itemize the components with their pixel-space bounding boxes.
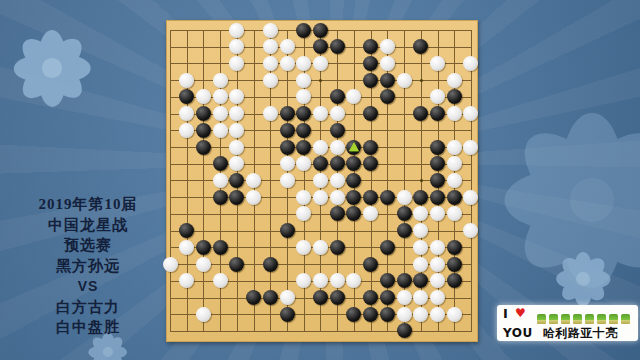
flower-petal bbox=[90, 347, 114, 360]
black-stone bbox=[430, 140, 445, 155]
black-stone bbox=[380, 73, 395, 88]
flower-petal bbox=[39, 66, 65, 106]
white-stone bbox=[447, 173, 462, 188]
white-stone bbox=[296, 156, 311, 171]
white-stone bbox=[447, 307, 462, 322]
black-stone bbox=[380, 273, 395, 288]
flower-petal bbox=[575, 271, 608, 304]
white-stone bbox=[263, 56, 278, 71]
white-stone bbox=[296, 73, 311, 88]
black-stone bbox=[330, 89, 345, 104]
flower-petal bbox=[556, 270, 585, 289]
white-stone bbox=[397, 73, 412, 88]
black-stone bbox=[296, 123, 311, 138]
flower-petal bbox=[562, 195, 622, 287]
white-stone bbox=[447, 156, 462, 171]
black-stone bbox=[447, 257, 462, 272]
white-stone bbox=[263, 23, 278, 38]
white-stone bbox=[196, 307, 211, 322]
white-stone bbox=[363, 206, 378, 221]
white-stone bbox=[196, 257, 211, 272]
flower-petal bbox=[557, 253, 590, 286]
flower-petal bbox=[582, 270, 611, 289]
white-stone bbox=[330, 190, 345, 205]
flower-petal bbox=[505, 170, 597, 230]
black-stone bbox=[330, 39, 345, 54]
black-stone bbox=[363, 190, 378, 205]
logo-bottom-row: YOU 哈利路亚十亮 bbox=[503, 322, 618, 339]
event-name-line: 中国龙星战 bbox=[8, 215, 168, 236]
white-stone bbox=[313, 190, 328, 205]
white-stone bbox=[229, 56, 244, 71]
go-board bbox=[166, 20, 478, 342]
black-stone bbox=[346, 190, 361, 205]
flower-petal bbox=[557, 271, 590, 304]
flower-petal bbox=[509, 117, 616, 224]
black-stone bbox=[213, 240, 228, 255]
white-stone bbox=[447, 140, 462, 155]
channel-logo: I ♥ YOU 哈利路亚十亮 bbox=[497, 305, 638, 341]
white-stone bbox=[280, 56, 295, 71]
black-stone bbox=[430, 156, 445, 171]
black-stone bbox=[380, 307, 395, 322]
white-stone bbox=[463, 140, 478, 155]
white-stone bbox=[447, 73, 462, 88]
logo-you-label: YOU bbox=[503, 326, 533, 340]
white-stone bbox=[263, 73, 278, 88]
flower-center bbox=[570, 178, 614, 222]
black-stone bbox=[363, 56, 378, 71]
white-stone bbox=[229, 106, 244, 121]
white-stone bbox=[179, 273, 194, 288]
black-stone bbox=[330, 206, 345, 221]
black-stone bbox=[296, 23, 311, 38]
black-stone bbox=[330, 240, 345, 255]
white-stone bbox=[330, 173, 345, 188]
black-stone bbox=[430, 173, 445, 188]
white-stone bbox=[229, 156, 244, 171]
white-stone bbox=[229, 39, 244, 54]
white-stone bbox=[430, 257, 445, 272]
white-stone bbox=[430, 206, 445, 221]
black-stone bbox=[280, 307, 295, 322]
black-stone bbox=[430, 190, 445, 205]
black-stone bbox=[313, 156, 328, 171]
flower-petal bbox=[101, 351, 114, 360]
white-stone bbox=[179, 240, 194, 255]
white-stone bbox=[330, 273, 345, 288]
black-stone bbox=[430, 106, 445, 121]
white-stone bbox=[430, 56, 445, 71]
white-stone bbox=[346, 89, 361, 104]
black-stone bbox=[296, 106, 311, 121]
logo-i-label: I bbox=[503, 306, 508, 321]
white-stone bbox=[280, 173, 295, 188]
black-stone bbox=[447, 240, 462, 255]
logo-cn-label: 哈利路亚十亮 bbox=[543, 325, 618, 341]
black-stone bbox=[447, 273, 462, 288]
grid-line bbox=[170, 331, 472, 332]
heart-icon: ♥ bbox=[515, 306, 526, 320]
white-stone bbox=[179, 123, 194, 138]
black-stone bbox=[380, 89, 395, 104]
white-stone bbox=[447, 106, 462, 121]
flower-petal bbox=[568, 117, 640, 224]
white-stone bbox=[213, 123, 228, 138]
black-stone bbox=[313, 39, 328, 54]
white-stone bbox=[229, 140, 244, 155]
white-stone bbox=[430, 273, 445, 288]
black-stone bbox=[380, 240, 395, 255]
black-stone bbox=[346, 206, 361, 221]
event-stage-line: 预选赛 bbox=[8, 235, 168, 256]
black-stone bbox=[397, 223, 412, 238]
white-stone bbox=[413, 223, 428, 238]
black-stone bbox=[263, 290, 278, 305]
white-stone bbox=[380, 39, 395, 54]
white-stone bbox=[430, 240, 445, 255]
black-stone bbox=[196, 140, 211, 155]
event-year-line: 2019年第10届 bbox=[8, 194, 168, 215]
black-stone bbox=[397, 323, 412, 338]
flower-petal bbox=[574, 278, 593, 307]
black-stone bbox=[346, 307, 361, 322]
black-stone bbox=[363, 307, 378, 322]
flower-petal bbox=[14, 55, 54, 81]
white-stone bbox=[463, 56, 478, 71]
black-stone bbox=[179, 89, 194, 104]
white-stone bbox=[413, 240, 428, 255]
white-stone bbox=[313, 173, 328, 188]
white-stone bbox=[263, 39, 278, 54]
tournament-info-panel: 2019年第10届 中国龙星战 预选赛 黑方孙远 VS 白方古力 白中盘胜 bbox=[8, 194, 168, 338]
black-stone bbox=[346, 156, 361, 171]
flower-center bbox=[103, 347, 113, 357]
black-stone bbox=[313, 290, 328, 305]
grid-line bbox=[471, 30, 472, 332]
flower-petal bbox=[15, 31, 62, 78]
black-stone bbox=[363, 156, 378, 171]
white-stone bbox=[163, 257, 178, 272]
flower-petal bbox=[575, 253, 608, 286]
black-stone bbox=[330, 123, 345, 138]
black-stone bbox=[196, 123, 211, 138]
black-stone bbox=[330, 290, 345, 305]
white-stone bbox=[313, 140, 328, 155]
black-stone bbox=[413, 39, 428, 54]
flower-petal bbox=[41, 31, 88, 78]
flower-petal bbox=[587, 170, 640, 230]
black-stone bbox=[413, 106, 428, 121]
white-stone bbox=[413, 206, 428, 221]
white-stone bbox=[413, 257, 428, 272]
flower-petal bbox=[89, 345, 109, 358]
white-stone bbox=[313, 56, 328, 71]
white-stone bbox=[229, 23, 244, 38]
sprout-icon bbox=[621, 314, 630, 324]
white-stone bbox=[179, 106, 194, 121]
white-stone bbox=[447, 206, 462, 221]
white-stone bbox=[229, 123, 244, 138]
black-stone bbox=[229, 173, 244, 188]
white-stone bbox=[330, 140, 345, 155]
black-stone bbox=[397, 273, 412, 288]
black-stone bbox=[380, 290, 395, 305]
flower-icon bbox=[8, 24, 96, 112]
black-stone bbox=[296, 140, 311, 155]
result-line: 白中盘胜 bbox=[8, 317, 168, 338]
black-stone bbox=[363, 257, 378, 272]
white-stone bbox=[413, 290, 428, 305]
flower-petal bbox=[50, 55, 90, 81]
flower-icon bbox=[492, 100, 640, 300]
flower-petal bbox=[39, 30, 65, 70]
white-stone bbox=[296, 273, 311, 288]
black-player-line: 黑方孙远 bbox=[8, 256, 168, 277]
flower-petal bbox=[103, 347, 127, 360]
white-stone bbox=[430, 290, 445, 305]
black-stone bbox=[263, 257, 278, 272]
white-stone bbox=[229, 89, 244, 104]
white-stone bbox=[397, 307, 412, 322]
white-stone bbox=[330, 106, 345, 121]
logo-top-row: I ♥ bbox=[503, 306, 633, 322]
white-stone bbox=[430, 307, 445, 322]
flower-petal bbox=[107, 345, 127, 358]
black-stone bbox=[313, 23, 328, 38]
white-stone bbox=[196, 89, 211, 104]
flower-petal bbox=[41, 57, 88, 104]
flower-petal bbox=[568, 176, 640, 283]
last-move-triangle-icon bbox=[349, 142, 359, 151]
white-stone bbox=[280, 39, 295, 54]
white-stone bbox=[213, 173, 228, 188]
white-stone bbox=[296, 56, 311, 71]
white-stone bbox=[346, 273, 361, 288]
black-stone bbox=[413, 273, 428, 288]
white-stone bbox=[296, 206, 311, 221]
white-stone bbox=[213, 73, 228, 88]
black-stone bbox=[280, 106, 295, 121]
black-stone bbox=[363, 73, 378, 88]
black-stone bbox=[246, 290, 261, 305]
black-stone bbox=[380, 190, 395, 205]
black-stone bbox=[397, 206, 412, 221]
white-stone bbox=[313, 240, 328, 255]
white-stone bbox=[280, 290, 295, 305]
black-stone bbox=[346, 173, 361, 188]
white-stone bbox=[246, 173, 261, 188]
white-stone bbox=[430, 89, 445, 104]
black-stone bbox=[447, 89, 462, 104]
white-stone bbox=[213, 89, 228, 104]
black-stone bbox=[330, 156, 345, 171]
broadcast-frame: 2019年第10届 中国龙星战 预选赛 黑方孙远 VS 白方古力 白中盘胜 I … bbox=[0, 0, 640, 360]
white-stone bbox=[463, 106, 478, 121]
vs-label: VS bbox=[8, 276, 168, 297]
flower-center bbox=[576, 272, 590, 286]
white-stone bbox=[213, 106, 228, 121]
white-stone bbox=[313, 106, 328, 121]
flower-petal bbox=[574, 252, 593, 281]
black-stone bbox=[229, 257, 244, 272]
black-stone bbox=[280, 223, 295, 238]
star-point bbox=[420, 79, 423, 82]
white-stone bbox=[296, 240, 311, 255]
white-stone bbox=[380, 56, 395, 71]
black-stone bbox=[213, 156, 228, 171]
flower-petal bbox=[15, 57, 62, 104]
black-stone bbox=[363, 290, 378, 305]
white-player-line: 白方古力 bbox=[8, 297, 168, 318]
white-stone bbox=[463, 190, 478, 205]
white-stone bbox=[463, 223, 478, 238]
white-stone bbox=[313, 273, 328, 288]
white-stone bbox=[296, 190, 311, 205]
white-stone bbox=[397, 190, 412, 205]
flower-center bbox=[42, 58, 61, 77]
white-stone bbox=[296, 89, 311, 104]
white-stone bbox=[413, 307, 428, 322]
flower-petal bbox=[562, 113, 622, 205]
flower-petal bbox=[509, 176, 616, 283]
black-stone bbox=[196, 106, 211, 121]
white-stone bbox=[280, 156, 295, 171]
flower-icon bbox=[552, 248, 614, 310]
white-stone bbox=[397, 290, 412, 305]
white-stone bbox=[179, 73, 194, 88]
white-stone bbox=[213, 273, 228, 288]
black-stone bbox=[363, 140, 378, 155]
black-stone bbox=[196, 240, 211, 255]
black-stone bbox=[447, 190, 462, 205]
black-stone bbox=[213, 190, 228, 205]
black-stone bbox=[363, 106, 378, 121]
black-stone bbox=[413, 190, 428, 205]
black-stone bbox=[280, 140, 295, 155]
black-stone bbox=[179, 223, 194, 238]
white-stone bbox=[263, 106, 278, 121]
white-stone bbox=[246, 190, 261, 205]
black-stone bbox=[229, 190, 244, 205]
black-stone bbox=[363, 39, 378, 54]
black-stone bbox=[280, 123, 295, 138]
